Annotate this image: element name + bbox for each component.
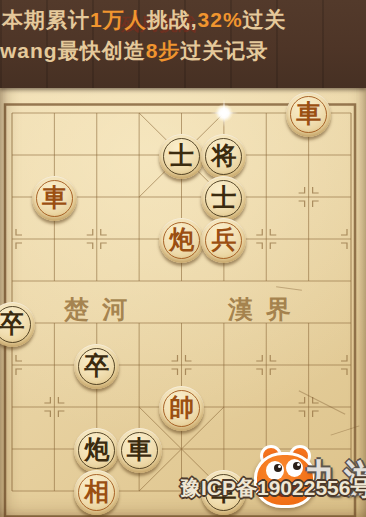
- record-text: wang最快创造: [0, 39, 146, 62]
- piece-red-chariot[interactable]: 車: [286, 92, 331, 137]
- piece-glyph: 卒: [84, 349, 109, 382]
- piece-glyph: 卒: [0, 307, 25, 340]
- piece-glyph: 炮: [84, 433, 109, 466]
- record-line: wang最快创造8步过关记录: [0, 37, 268, 65]
- icp-license-text: 豫ICP备19022556号-2: [180, 474, 366, 502]
- piece-red-cannon[interactable]: 炮: [159, 218, 204, 263]
- river-label-right: 漢界: [228, 295, 304, 325]
- piece-black-cannon[interactable]: 炮: [74, 428, 119, 473]
- stats-text: 本期累计: [2, 8, 90, 31]
- stats-text: 挑战,: [147, 8, 198, 31]
- piece-red-pawn[interactable]: 兵: [201, 218, 246, 263]
- piece-black-chariot[interactable]: 車: [117, 428, 162, 473]
- challenge-stats-line: 本期累计1万人挑战,32%过关: [2, 6, 287, 34]
- piece-glyph: 車: [127, 433, 152, 466]
- piece-black-pawn[interactable]: 卒: [74, 344, 119, 389]
- piece-glyph: 兵: [211, 223, 236, 256]
- record-text: 过关记录: [180, 39, 268, 62]
- piece-glyph: 将: [211, 139, 236, 172]
- icp-number: 豫ICP备19022556号: [180, 476, 366, 499]
- river-label-left: 楚河: [64, 295, 140, 325]
- piece-glyph: 車: [296, 97, 321, 130]
- piece-glyph: 炮: [169, 223, 194, 256]
- game-screen: 楚河 漢界 車士将車士炮兵卒卒帥炮車相車 残局挑战 本期累计1万人挑战,32%过…: [0, 0, 366, 517]
- piece-red-elephant[interactable]: 相: [74, 470, 119, 515]
- piece-black-advisor[interactable]: 士: [201, 176, 246, 221]
- piece-glyph: 帥: [169, 391, 194, 424]
- piece-red-king[interactable]: 帥: [159, 386, 204, 431]
- piece-glyph: 車: [42, 181, 67, 214]
- piece-black-advisor[interactable]: 士: [159, 134, 204, 179]
- piece-red-chariot[interactable]: 車: [32, 176, 77, 221]
- stats-pass-rate: 32%: [198, 8, 243, 31]
- piece-glyph: 士: [169, 139, 194, 172]
- challenge-banner: 残局挑战 本期累计1万人挑战,32%过关 wang最快创造8步过关记录: [0, 0, 366, 88]
- record-steps: 8步: [146, 39, 181, 62]
- piece-black-general[interactable]: 将: [201, 134, 246, 179]
- stats-text: 过关: [243, 8, 287, 31]
- stats-participants: 1万人: [90, 8, 147, 31]
- piece-glyph: 士: [211, 181, 236, 214]
- piece-glyph: 相: [84, 475, 109, 508]
